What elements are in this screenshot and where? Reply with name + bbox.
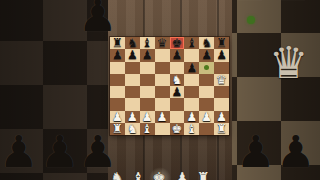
square-b3[interactable] bbox=[125, 98, 140, 110]
white-pawn[interactable]: ♟ bbox=[201, 111, 212, 123]
square-a3[interactable] bbox=[110, 98, 125, 110]
square-g5[interactable] bbox=[199, 74, 214, 86]
black-pawn[interactable]: ♟ bbox=[216, 49, 227, 61]
square-a4[interactable] bbox=[110, 86, 125, 98]
square-f1[interactable]: ♝ bbox=[184, 123, 199, 135]
square-a6[interactable] bbox=[110, 62, 125, 74]
square-b2[interactable]: ♟ bbox=[125, 111, 140, 123]
square-d1[interactable] bbox=[155, 123, 170, 135]
square-a7[interactable]: ♟ bbox=[110, 49, 125, 61]
square-c2[interactable]: ♟ bbox=[140, 111, 155, 123]
video-frame: ♜♞♝♛♚♝♞♜♟♟♟♟♟♟♟♞♛♟♟♟♟♟♟♟♟♜♞♝♚♝♜ ♟♟♟♟♟♟♟♟… bbox=[0, 0, 320, 180]
square-c5[interactable] bbox=[140, 74, 155, 86]
white-queen[interactable]: ♛ bbox=[216, 74, 227, 86]
partial-white-knight: ♞ bbox=[111, 171, 124, 180]
black-queen[interactable]: ♛ bbox=[157, 37, 168, 49]
square-e4[interactable]: ♟ bbox=[170, 86, 185, 98]
square-e3[interactable] bbox=[170, 98, 185, 110]
square-e1[interactable]: ♚ bbox=[170, 123, 185, 135]
white-pawn[interactable]: ♟ bbox=[157, 111, 168, 123]
background-black-pawn: ♟ bbox=[78, 130, 117, 174]
black-rook[interactable]: ♜ bbox=[112, 37, 123, 49]
square-f4[interactable] bbox=[184, 86, 199, 98]
square-g6[interactable] bbox=[199, 62, 214, 74]
black-pawn[interactable]: ♟ bbox=[172, 49, 183, 61]
square-d7[interactable] bbox=[155, 49, 170, 61]
background-white-queen: ♛ bbox=[269, 41, 308, 85]
white-bishop[interactable]: ♝ bbox=[142, 123, 153, 135]
white-bishop[interactable]: ♝ bbox=[186, 123, 197, 135]
background-black-pawn: ♟ bbox=[0, 130, 38, 174]
background-black-pawn: ♟ bbox=[78, 0, 117, 38]
square-e7[interactable]: ♟ bbox=[170, 49, 185, 61]
square-a2[interactable]: ♟ bbox=[110, 111, 125, 123]
white-pawn[interactable]: ♟ bbox=[112, 111, 123, 123]
square-d6[interactable] bbox=[155, 62, 170, 74]
square-b1[interactable]: ♞ bbox=[125, 123, 140, 135]
square-d2[interactable]: ♟ bbox=[155, 111, 170, 123]
square-g1[interactable] bbox=[199, 123, 214, 135]
black-pawn[interactable]: ♟ bbox=[112, 49, 123, 61]
square-a5[interactable] bbox=[110, 74, 125, 86]
black-king[interactable]: ♚ bbox=[172, 37, 183, 49]
square-a1[interactable]: ♜ bbox=[110, 123, 125, 135]
square-c4[interactable] bbox=[140, 86, 155, 98]
square-f3[interactable] bbox=[184, 98, 199, 110]
background-black-pawn: ♟ bbox=[236, 130, 275, 174]
square-h5[interactable]: ♛ bbox=[214, 74, 229, 86]
square-e2[interactable] bbox=[170, 111, 185, 123]
square-f8[interactable]: ♝ bbox=[184, 37, 199, 49]
square-d4[interactable] bbox=[155, 86, 170, 98]
partial-white-bishop: ♝ bbox=[132, 171, 145, 180]
white-pawn[interactable]: ♟ bbox=[216, 111, 227, 123]
white-knight[interactable]: ♞ bbox=[127, 123, 138, 135]
partial-white-pawn: ♟ bbox=[176, 171, 189, 180]
square-c7[interactable]: ♟ bbox=[140, 49, 155, 61]
white-knight[interactable]: ♞ bbox=[172, 74, 183, 86]
black-bishop[interactable]: ♝ bbox=[186, 37, 197, 49]
chess-board: ♜♞♝♛♚♝♞♜♟♟♟♟♟♟♟♞♛♟♟♟♟♟♟♟♟♜♞♝♚♝♜ bbox=[110, 37, 229, 135]
background-black-pawn-partial: ♟ bbox=[274, 0, 312, 7]
square-g4[interactable] bbox=[199, 86, 214, 98]
square-b4[interactable] bbox=[125, 86, 140, 98]
hint-dot-icon bbox=[204, 65, 209, 70]
square-d8[interactable]: ♛ bbox=[155, 37, 170, 49]
black-rook[interactable]: ♜ bbox=[216, 37, 227, 49]
square-d3[interactable] bbox=[155, 98, 170, 110]
black-pawn[interactable]: ♟ bbox=[201, 49, 212, 61]
square-h2[interactable]: ♟ bbox=[214, 111, 229, 123]
square-g2[interactable]: ♟ bbox=[199, 111, 214, 123]
square-e6[interactable] bbox=[170, 62, 185, 74]
square-h6[interactable] bbox=[214, 62, 229, 74]
white-king[interactable]: ♚ bbox=[172, 123, 183, 135]
black-knight[interactable]: ♞ bbox=[201, 37, 212, 49]
square-b7[interactable]: ♟ bbox=[125, 49, 140, 61]
square-h3[interactable] bbox=[214, 98, 229, 110]
white-rook[interactable]: ♜ bbox=[112, 123, 123, 135]
black-pawn[interactable]: ♟ bbox=[172, 86, 183, 98]
square-b5[interactable] bbox=[125, 74, 140, 86]
white-pawn[interactable]: ♟ bbox=[127, 111, 138, 123]
white-pawn[interactable]: ♟ bbox=[186, 111, 197, 123]
black-pawn[interactable]: ♟ bbox=[142, 49, 153, 61]
square-f7[interactable] bbox=[184, 49, 199, 61]
partial-white-rook: ♜ bbox=[197, 171, 210, 180]
white-rook[interactable]: ♜ bbox=[216, 123, 227, 135]
square-f2[interactable]: ♟ bbox=[184, 111, 199, 123]
background-black-pawn: ♟ bbox=[276, 130, 315, 174]
background-black-pawn-partial: ♟ bbox=[231, 0, 269, 7]
square-c1[interactable]: ♝ bbox=[140, 123, 155, 135]
black-bishop[interactable]: ♝ bbox=[142, 37, 153, 49]
square-g3[interactable] bbox=[199, 98, 214, 110]
square-f6[interactable]: ♟ bbox=[184, 62, 199, 74]
square-c3[interactable] bbox=[140, 98, 155, 110]
black-pawn[interactable]: ♟ bbox=[127, 49, 138, 61]
square-h7[interactable]: ♟ bbox=[214, 49, 229, 61]
white-pawn[interactable]: ♟ bbox=[142, 111, 153, 123]
square-h1[interactable]: ♜ bbox=[214, 123, 229, 135]
square-h4[interactable] bbox=[214, 86, 229, 98]
black-knight[interactable]: ♞ bbox=[127, 37, 138, 49]
square-d5[interactable] bbox=[155, 74, 170, 86]
square-g7[interactable]: ♟ bbox=[199, 49, 214, 61]
background-black-pawn: ♟ bbox=[40, 130, 79, 174]
square-b6[interactable] bbox=[125, 62, 140, 74]
background-hint-dot-icon bbox=[247, 16, 255, 24]
square-c6[interactable] bbox=[140, 62, 155, 74]
square-f5[interactable] bbox=[184, 74, 199, 86]
black-pawn[interactable]: ♟ bbox=[186, 62, 197, 74]
partial-white-king: ♚ bbox=[153, 171, 166, 180]
